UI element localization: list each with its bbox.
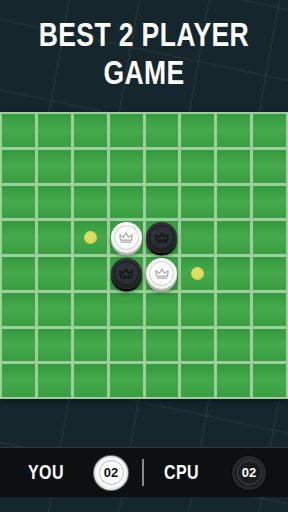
board-cell-f6[interactable]	[181, 293, 214, 326]
you-score: 02	[99, 460, 124, 485]
you-section: YOU 02	[0, 448, 142, 497]
board-cell-f2[interactable]	[181, 150, 214, 183]
board-cell-h2[interactable]	[253, 150, 286, 183]
board-cell-a8[interactable]	[2, 364, 35, 397]
piece-face	[149, 225, 174, 250]
board-cell-h5[interactable]	[253, 257, 286, 290]
board-cell-f3[interactable]	[181, 186, 214, 219]
cpu-score: 02	[237, 460, 262, 485]
board-cell-d8[interactable]	[110, 364, 143, 397]
board-cell-b6[interactable]	[38, 293, 71, 326]
board-cell-h4[interactable]	[253, 221, 286, 254]
board-cell-b5[interactable]	[38, 257, 71, 290]
score-bar: YOU 02 CPU 02	[0, 447, 288, 497]
board-cell-c2[interactable]	[74, 150, 107, 183]
board-cell-b7[interactable]	[38, 329, 71, 362]
board-cell-c3[interactable]	[74, 186, 107, 219]
board-cell-g6[interactable]	[217, 293, 250, 326]
board-cell-b1[interactable]	[38, 114, 71, 147]
phone-screen: BEST 2 PLAYER GAME YOU 02 CPU 02	[0, 0, 288, 512]
board-cell-g7[interactable]	[217, 329, 250, 362]
board-cell-f7[interactable]	[181, 329, 214, 362]
board-cell-g3[interactable]	[217, 186, 250, 219]
piece-face	[149, 261, 174, 286]
crown-icon	[154, 231, 170, 244]
board-cell-e8[interactable]	[146, 364, 179, 397]
board-cell-h7[interactable]	[253, 329, 286, 362]
cpu-section: CPU 02	[144, 448, 288, 497]
board-cell-a1[interactable]	[2, 114, 35, 147]
board-cell-a4[interactable]	[2, 221, 35, 254]
board-cell-e6[interactable]	[146, 293, 179, 326]
app-title-line1: BEST 2 PLAYER	[39, 15, 249, 53]
board-cell-g2[interactable]	[217, 150, 250, 183]
board-cell-h6[interactable]	[253, 293, 286, 326]
header-banner: BEST 2 PLAYER GAME	[0, 0, 288, 112]
board-cell-d2[interactable]	[110, 150, 143, 183]
board-cell-d6[interactable]	[110, 293, 143, 326]
board-cell-a2[interactable]	[2, 150, 35, 183]
board-cell-g1[interactable]	[217, 114, 250, 147]
move-hint-dot[interactable]	[84, 231, 97, 244]
board-cell-b4[interactable]	[38, 221, 71, 254]
black-piece	[146, 222, 177, 253]
board-cell-e3[interactable]	[146, 186, 179, 219]
board-cell-f1[interactable]	[181, 114, 214, 147]
board-cell-c5[interactable]	[74, 257, 107, 290]
board-cell-c6[interactable]	[74, 293, 107, 326]
board-cell-g8[interactable]	[217, 364, 250, 397]
board-cell-b2[interactable]	[38, 150, 71, 183]
you-score-badge: 02	[94, 456, 128, 490]
board-cell-a3[interactable]	[2, 186, 35, 219]
board-cell-a5[interactable]	[2, 257, 35, 290]
board-cell-g4[interactable]	[217, 221, 250, 254]
board-cell-d5[interactable]	[110, 257, 143, 290]
white-piece	[146, 258, 177, 289]
white-piece	[111, 222, 142, 253]
board-cell-d4[interactable]	[110, 221, 143, 254]
board-cell-a6[interactable]	[2, 293, 35, 326]
board-cell-h3[interactable]	[253, 186, 286, 219]
board-cell-e2[interactable]	[146, 150, 179, 183]
piece-face	[114, 261, 139, 286]
board-cell-g5[interactable]	[217, 257, 250, 290]
cpu-score-badge: 02	[232, 456, 266, 490]
board-cell-f4[interactable]	[181, 221, 214, 254]
crown-icon	[118, 267, 134, 280]
board-cell-h1[interactable]	[253, 114, 286, 147]
board-cell-e4[interactable]	[146, 221, 179, 254]
board-cell-e5[interactable]	[146, 257, 179, 290]
board-cell-e1[interactable]	[146, 114, 179, 147]
board-cell-e7[interactable]	[146, 329, 179, 362]
board-cell-f8[interactable]	[181, 364, 214, 397]
you-label: YOU	[28, 461, 64, 484]
board-cell-f5[interactable]	[181, 257, 214, 290]
board-cell-d1[interactable]	[110, 114, 143, 147]
app-title-line2: GAME	[103, 53, 184, 91]
board-cell-h8[interactable]	[253, 364, 286, 397]
board-cell-c4[interactable]	[74, 221, 107, 254]
board-cell-d3[interactable]	[110, 186, 143, 219]
cpu-label: CPU	[164, 461, 199, 484]
board-cell-b3[interactable]	[38, 186, 71, 219]
game-board	[0, 112, 288, 399]
crown-icon	[118, 231, 134, 244]
board-cell-c7[interactable]	[74, 329, 107, 362]
board-cell-d7[interactable]	[110, 329, 143, 362]
crown-icon	[154, 267, 170, 280]
board-cell-c1[interactable]	[74, 114, 107, 147]
move-hint-dot[interactable]	[191, 267, 204, 280]
board-cell-a7[interactable]	[2, 329, 35, 362]
piece-face	[114, 225, 139, 250]
board-cell-b8[interactable]	[38, 364, 71, 397]
board-cell-c8[interactable]	[74, 364, 107, 397]
black-piece	[111, 258, 142, 289]
